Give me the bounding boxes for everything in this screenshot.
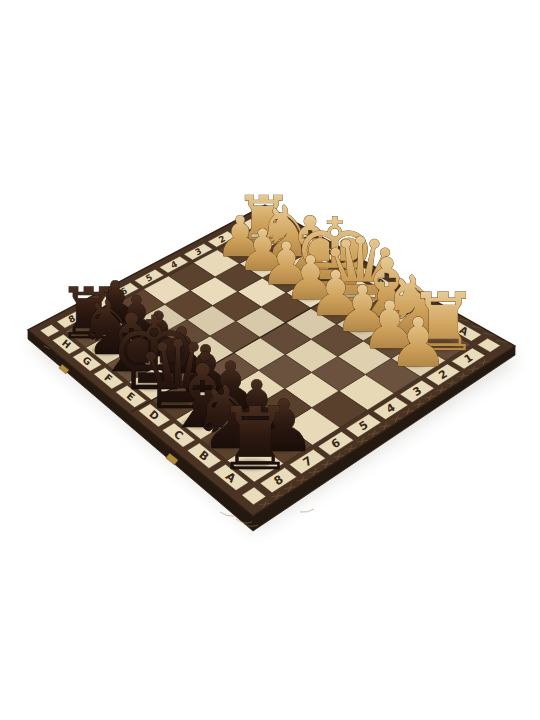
piece-white-pawn-a2[interactable]: ♟ (388, 303, 449, 382)
chess-set-product-photo: H11HG22GF33FE44ED55DC66CB77BA88A♜♟♞♟♝♟♚♟… (0, 0, 540, 720)
side-carving (300, 509, 314, 512)
photo-canvas: H11HG22GF33FE44ED55DC66CB77BA88A♜♟♞♟♝♟♚♟… (0, 0, 540, 720)
piece-black-rook-a8[interactable]: ♜ (216, 389, 294, 489)
